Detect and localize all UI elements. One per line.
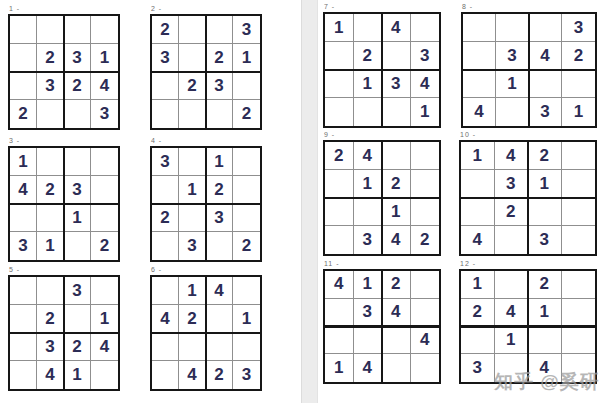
cell-r2-c4: 2	[562, 42, 595, 70]
cell-r1-c2	[354, 14, 383, 42]
cell-r1-c4: 3	[233, 16, 260, 44]
cell-r2-c3: 1	[528, 299, 562, 327]
cell-r3-c4: 4	[411, 327, 440, 355]
cell-r4-c3	[64, 232, 91, 260]
cell-r4-c3	[382, 354, 411, 382]
puzzle-7: 7 - 14231341	[323, 12, 441, 128]
cell-r1-c2: 4	[354, 142, 383, 170]
cell-r2-c2: 2	[37, 176, 64, 204]
cell-r3-c4	[562, 327, 596, 355]
cell-r3-c1: 2	[152, 204, 179, 232]
cell-r4-c3: 3	[528, 226, 562, 254]
cell-r4-c4: 3	[91, 100, 118, 128]
cell-r3-c3	[528, 198, 562, 226]
cell-r3-c2	[354, 327, 383, 355]
cell-r2-c1	[463, 42, 496, 70]
cell-r3-c3: 2	[64, 333, 91, 361]
sudoku-board-4: 31122332	[150, 146, 262, 262]
cell-r2-c4	[562, 170, 596, 198]
cell-r3-c2	[179, 333, 206, 361]
sudoku-board-2: 23321232	[150, 14, 262, 130]
puzzle-11-label: 11 -	[324, 260, 340, 268]
cell-r3-c2: 3	[37, 333, 64, 361]
puzzle-3-label: 3 -	[9, 137, 20, 145]
cell-r1-c1	[10, 277, 37, 305]
puzzle-7-label: 7 -	[324, 3, 335, 11]
cell-r4-c4: 2	[233, 232, 260, 260]
cell-r1-c1	[10, 16, 37, 44]
cell-r4-c1: 2	[10, 100, 37, 128]
worksheet: 1 - 23132423 2 - 23321232 3 - 14231312 4…	[0, 0, 600, 403]
cell-r1-c1: 1	[325, 14, 354, 42]
cell-r3-c3: 2	[64, 72, 91, 100]
cell-r3-c3	[382, 327, 411, 355]
cell-r1-c2: 1	[354, 271, 383, 299]
cell-r4-c1	[325, 226, 354, 254]
cell-r4-c4: 3	[233, 361, 260, 389]
sudoku-board-6: 14421423	[150, 275, 262, 391]
sudoku-board-12: 12241134	[459, 269, 597, 384]
cell-r3-c3	[529, 70, 562, 98]
cell-r1-c2	[37, 16, 64, 44]
cell-r4-c2: 1	[37, 232, 64, 260]
cell-r1-c1: 4	[325, 271, 354, 299]
cell-r1-c3	[206, 16, 233, 44]
cell-r1-c4	[562, 271, 596, 299]
cell-r4-c3: 3	[529, 98, 562, 126]
cell-r1-c2	[496, 14, 529, 42]
sudoku-board-3: 14231312	[8, 146, 120, 262]
puzzle-4: 4 - 31122332	[150, 146, 262, 262]
puzzle-12: 12 - 12241134	[459, 269, 597, 384]
cell-r1-c4	[233, 277, 260, 305]
cell-r3-c2	[354, 198, 383, 226]
cell-r2-c1	[152, 176, 179, 204]
cell-r2-c3	[382, 42, 411, 70]
cell-r3-c1	[325, 327, 354, 355]
cell-r1-c2: 1	[179, 277, 206, 305]
cell-r3-c1	[463, 70, 496, 98]
cell-r3-c4: 4	[411, 70, 440, 98]
cell-r3-c1	[152, 333, 179, 361]
cell-r3-c4	[233, 204, 260, 232]
puzzle-8: 8 - 33421431	[461, 12, 597, 128]
cell-r2-c2: 2	[179, 305, 206, 333]
cell-r4-c1	[152, 361, 179, 389]
cell-r4-c2: 3	[179, 232, 206, 260]
cell-r1-c2	[37, 148, 64, 176]
cell-r2-c1	[325, 299, 354, 327]
cell-r3-c4: 4	[91, 72, 118, 100]
watermark: 知乎 @奚研	[494, 369, 600, 395]
puzzle-8-label: 8 -	[462, 3, 473, 11]
cell-r2-c4	[411, 299, 440, 327]
cell-r2-c3: 2	[206, 176, 233, 204]
cell-r1-c1	[463, 14, 496, 42]
cell-r4-c1: 3	[10, 232, 37, 260]
puzzle-6-label: 6 -	[151, 266, 162, 274]
cell-r4-c3	[206, 100, 233, 128]
cell-r2-c2: 2	[37, 44, 64, 72]
cell-r4-c1: 4	[461, 226, 495, 254]
cell-r1-c1: 1	[461, 142, 495, 170]
cell-r4-c2	[496, 98, 529, 126]
cell-r2-c2: 2	[354, 42, 383, 70]
cell-r2-c4	[91, 176, 118, 204]
sudoku-board-8: 33421431	[461, 12, 597, 128]
cell-r3-c3	[528, 327, 562, 355]
cell-r4-c4: 2	[233, 100, 260, 128]
cell-r3-c2	[179, 204, 206, 232]
cell-r2-c4: 1	[91, 44, 118, 72]
puzzle-10: 10 - 14231243	[459, 140, 597, 256]
cell-r2-c4: 1	[233, 305, 260, 333]
cell-r4-c4: 2	[91, 232, 118, 260]
cell-r2-c3: 4	[382, 299, 411, 327]
cell-r2-c4: 1	[233, 44, 260, 72]
cell-r2-c2: 1	[354, 170, 383, 198]
sudoku-board-7: 14231341	[323, 12, 441, 128]
cell-r3-c1	[461, 198, 495, 226]
cell-r1-c1: 1	[461, 271, 495, 299]
cell-r1-c4	[562, 142, 596, 170]
cell-r2-c3: 3	[64, 44, 91, 72]
cell-r2-c1: 4	[10, 176, 37, 204]
cell-r4-c1	[325, 98, 354, 126]
cell-r1-c2	[37, 277, 64, 305]
cell-r4-c2	[354, 98, 383, 126]
cell-r2-c3: 3	[64, 176, 91, 204]
cell-r3-c1	[325, 70, 354, 98]
sudoku-board-9: 24121342	[323, 140, 441, 256]
cell-r4-c3	[382, 98, 411, 126]
cell-r3-c2: 1	[496, 70, 529, 98]
cell-r2-c3: 4	[529, 42, 562, 70]
cell-r1-c4: 3	[562, 14, 595, 42]
cell-r1-c3: 2	[528, 142, 562, 170]
cell-r2-c4: 3	[411, 42, 440, 70]
cell-r4-c1: 1	[325, 354, 354, 382]
puzzle-1-label: 1 -	[9, 5, 20, 13]
cell-r2-c1	[10, 305, 37, 333]
cell-r2-c3: 1	[528, 170, 562, 198]
cell-r1-c3	[64, 16, 91, 44]
puzzle-5: 5 - 32132441	[8, 275, 120, 391]
cell-r1-c4	[411, 142, 440, 170]
cell-r2-c3	[206, 305, 233, 333]
cell-r4-c1	[152, 100, 179, 128]
cell-r3-c4	[233, 72, 260, 100]
cell-r3-c4	[562, 198, 596, 226]
cell-r4-c2: 4	[37, 361, 64, 389]
cell-r1-c1	[152, 277, 179, 305]
cell-r3-c3: 1	[64, 204, 91, 232]
cell-r3-c2	[37, 204, 64, 232]
cell-r2-c4	[562, 299, 596, 327]
cell-r2-c4	[233, 176, 260, 204]
sudoku-board-10: 14231243	[459, 140, 597, 256]
cell-r1-c4	[91, 148, 118, 176]
sudoku-board-5: 32132441	[8, 275, 120, 391]
cell-r3-c3: 3	[382, 70, 411, 98]
cell-r4-c2	[179, 100, 206, 128]
cell-r3-c1	[152, 72, 179, 100]
cell-r3-c4	[91, 204, 118, 232]
cell-r1-c3	[529, 14, 562, 42]
cell-r1-c3: 1	[206, 148, 233, 176]
cell-r3-c4	[411, 198, 440, 226]
cell-r2-c1	[325, 42, 354, 70]
cell-r1-c4	[233, 148, 260, 176]
cell-r2-c1: 3	[152, 44, 179, 72]
cell-r4-c3	[64, 100, 91, 128]
cell-r1-c2: 4	[495, 142, 529, 170]
cell-r1-c3	[64, 148, 91, 176]
puzzle-6: 6 - 14421423	[150, 275, 262, 391]
cell-r4-c1	[10, 361, 37, 389]
sudoku-board-1: 23132423	[8, 14, 120, 130]
cell-r1-c3	[382, 142, 411, 170]
puzzle-9-label: 9 -	[324, 131, 335, 139]
cell-r2-c2	[179, 44, 206, 72]
page-gutter	[301, 0, 318, 403]
cell-r3-c1	[10, 204, 37, 232]
cell-r1-c4	[91, 277, 118, 305]
cell-r3-c3: 3	[206, 204, 233, 232]
cell-r4-c2	[37, 100, 64, 128]
cell-r4-c4	[411, 354, 440, 382]
cell-r2-c1: 4	[152, 305, 179, 333]
puzzle-4-label: 4 -	[151, 137, 162, 145]
puzzle-12-label: 12 -	[460, 260, 476, 268]
cell-r2-c1	[461, 170, 495, 198]
cell-r1-c1: 2	[152, 16, 179, 44]
cell-r2-c1	[10, 44, 37, 72]
puzzle-9: 9 - 24121342	[323, 140, 441, 256]
cell-r1-c3: 3	[64, 277, 91, 305]
cell-r4-c4: 2	[411, 226, 440, 254]
puzzle-10-label: 10 -	[460, 131, 476, 139]
cell-r3-c2: 1	[495, 327, 529, 355]
cell-r4-c4: 1	[562, 98, 595, 126]
cell-r1-c1: 1	[10, 148, 37, 176]
cell-r3-c4	[233, 333, 260, 361]
cell-r2-c1: 2	[461, 299, 495, 327]
cell-r2-c2: 2	[37, 305, 64, 333]
cell-r2-c3	[64, 305, 91, 333]
cell-r2-c2: 3	[495, 170, 529, 198]
cell-r2-c3: 2	[382, 170, 411, 198]
puzzle-11: 11 - 41234414	[323, 269, 441, 384]
cell-r4-c2: 4	[179, 361, 206, 389]
cell-r1-c3: 4	[382, 14, 411, 42]
puzzle-1: 1 - 23132423	[8, 14, 120, 130]
cell-r2-c2: 4	[495, 299, 529, 327]
cell-r4-c2: 3	[354, 226, 383, 254]
cell-r2-c3: 2	[206, 44, 233, 72]
cell-r4-c1	[152, 232, 179, 260]
cell-r4-c4	[91, 361, 118, 389]
cell-r4-c3: 2	[206, 361, 233, 389]
cell-r3-c3	[206, 333, 233, 361]
cell-r4-c3	[206, 232, 233, 260]
cell-r3-c1	[10, 72, 37, 100]
cell-r2-c4	[411, 170, 440, 198]
cell-r2-c2: 3	[496, 42, 529, 70]
cell-r4-c3: 4	[382, 226, 411, 254]
cell-r2-c2: 3	[354, 299, 383, 327]
cell-r4-c1: 3	[461, 354, 495, 382]
cell-r1-c2	[179, 148, 206, 176]
cell-r3-c2: 2	[495, 198, 529, 226]
cell-r3-c2: 2	[179, 72, 206, 100]
cell-r4-c4: 1	[411, 98, 440, 126]
cell-r3-c1	[461, 327, 495, 355]
cell-r1-c2	[179, 16, 206, 44]
cell-r3-c3: 1	[382, 198, 411, 226]
cell-r3-c2: 1	[354, 70, 383, 98]
cell-r1-c3: 4	[206, 277, 233, 305]
cell-r1-c4	[411, 271, 440, 299]
puzzle-2-label: 2 -	[151, 5, 162, 13]
cell-r1-c4	[411, 14, 440, 42]
cell-r3-c2: 3	[37, 72, 64, 100]
cell-r3-c1	[10, 333, 37, 361]
cell-r4-c2	[495, 226, 529, 254]
cell-r4-c3: 1	[64, 361, 91, 389]
cell-r4-c1: 4	[463, 98, 496, 126]
cell-r1-c4	[91, 16, 118, 44]
cell-r2-c4: 1	[91, 305, 118, 333]
puzzle-3: 3 - 14231312	[8, 146, 120, 262]
cell-r3-c1	[325, 198, 354, 226]
cell-r3-c4	[562, 70, 595, 98]
cell-r1-c1: 3	[152, 148, 179, 176]
cell-r1-c2	[495, 271, 529, 299]
cell-r4-c4	[562, 226, 596, 254]
cell-r1-c3: 2	[528, 271, 562, 299]
cell-r1-c1: 2	[325, 142, 354, 170]
cell-r3-c3: 3	[206, 72, 233, 100]
cell-r2-c1	[325, 170, 354, 198]
cell-r2-c2: 1	[179, 176, 206, 204]
puzzle-2: 2 - 23321232	[150, 14, 262, 130]
cell-r3-c4: 4	[91, 333, 118, 361]
sudoku-board-11: 41234414	[323, 269, 441, 384]
cell-r4-c2: 4	[354, 354, 383, 382]
cell-r1-c3: 2	[382, 271, 411, 299]
puzzle-5-label: 5 -	[9, 266, 20, 274]
